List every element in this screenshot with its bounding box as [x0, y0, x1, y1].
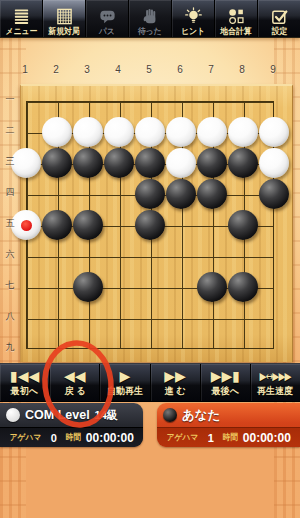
menu-button[interactable]: メニュー [0, 0, 43, 37]
column-label-4: 4 [111, 64, 125, 76]
row-label-9: 九 [2, 341, 18, 353]
column-label-7: 7 [204, 64, 218, 76]
territory-count-icon [227, 6, 246, 26]
column-label-2: 2 [49, 64, 63, 76]
black-stone-2-3 [42, 148, 72, 178]
fast-forward-icon: ▶▶ [164, 369, 186, 384]
white-stone-6-2 [166, 117, 196, 147]
go-app-screen: メニュー 新規対局 パス [0, 0, 300, 518]
com-captures-label: アゲハマ [10, 432, 41, 444]
skip-to-start-label: 最初へ [11, 385, 38, 396]
skip-to-start-button[interactable]: ▮◀◀ 最初へ [0, 364, 50, 401]
lightbulb-icon [184, 6, 203, 26]
com-player-name: COM Level [25, 408, 90, 422]
column-label-5: 5 [142, 64, 156, 76]
row-label-5: 五 [2, 217, 18, 229]
hint-button[interactable]: ヒント [172, 0, 215, 37]
play-icon: ▶ [120, 369, 131, 384]
skip-to-end-icon: ▶▶▮ [211, 369, 240, 384]
white-stone-9-3 [259, 148, 289, 178]
row-label-3: 三 [2, 155, 18, 167]
column-label-3: 3 [80, 64, 94, 76]
black-stone-5-3 [135, 148, 165, 178]
row-label-1: 一 [2, 93, 18, 105]
playback-speed-label: 再生速度 [257, 385, 293, 396]
skip-to-start-icon: ▮◀◀ [10, 369, 39, 384]
go-board [20, 84, 293, 362]
black-stone-6-4 [166, 179, 196, 209]
menu-icon [12, 6, 31, 26]
black-stone-8-3 [228, 148, 258, 178]
column-label-8: 8 [235, 64, 249, 76]
black-stone-7-4 [197, 179, 227, 209]
column-label-9: 9 [266, 64, 280, 76]
black-stone-5-4 [135, 179, 165, 209]
settings-button[interactable]: 設定 [258, 0, 300, 37]
menu-label: メニュー [5, 26, 37, 36]
last-move-marker [21, 220, 32, 231]
row-label-7: 七 [2, 279, 18, 291]
black-stone-4-3 [104, 148, 134, 178]
white-stone-6-3 [166, 148, 196, 178]
undo-label: 待った [138, 26, 162, 36]
skip-to-end-button[interactable]: ▶▶▮ 最後へ [201, 364, 251, 401]
com-time-value: 00:00:00 [86, 431, 134, 445]
new-game-label: 新規対局 [48, 26, 79, 36]
row-label-8: 八 [2, 310, 18, 322]
pass-button[interactable]: パス [86, 0, 129, 37]
black-stone-8-7 [228, 272, 258, 302]
forward-label: 進む [162, 385, 189, 396]
black-stone-5-5 [135, 210, 165, 240]
white-stone-9-2 [259, 117, 289, 147]
hand-icon [141, 6, 160, 26]
white-stone-3-2 [73, 117, 103, 147]
hint-label: ヒント [181, 26, 205, 36]
white-stone-2-2 [42, 117, 72, 147]
playback-speed-button[interactable]: ▶↔▶▶▶ 再生速度 [251, 364, 300, 401]
territory-count-button[interactable]: 地合計算 [215, 0, 258, 37]
you-captures-value: 1 [204, 432, 218, 444]
you-time-label: 時間 [223, 432, 238, 444]
row-label-2: 二 [2, 124, 18, 136]
com-captures-value: 0 [47, 432, 61, 444]
speech-bubble-icon [98, 6, 117, 26]
black-stone-3-5 [73, 210, 103, 240]
black-stone-3-3 [73, 148, 103, 178]
rewind-icon: ◀◀ [64, 369, 86, 384]
white-stone-4-2 [104, 117, 134, 147]
com-player-rank: 14級 [95, 408, 118, 423]
skip-to-end-label: 最後へ [212, 385, 239, 396]
auto-play-label: 自動再生 [107, 385, 143, 396]
black-stone-8-5 [228, 210, 258, 240]
player-panel-you: あなた アゲハマ 1 時間 00:00:00 [157, 403, 300, 447]
territory-count-label: 地合計算 [220, 26, 251, 36]
new-game-board-icon [55, 6, 74, 26]
black-stone-icon [163, 408, 177, 422]
column-label-6: 6 [173, 64, 187, 76]
playback-speed-icon: ▶↔▶▶▶ [260, 369, 291, 384]
black-stone-7-3 [197, 148, 227, 178]
player-panel-com: COM Level 14級 アゲハマ 0 時間 00:00:00 [0, 403, 143, 447]
black-stone-9-4 [259, 179, 289, 209]
settings-label: 設定 [271, 26, 287, 36]
forward-button[interactable]: ▶▶ 進む [151, 364, 201, 401]
you-time-value: 00:00:00 [243, 431, 291, 445]
new-game-button[interactable]: 新規対局 [43, 0, 86, 37]
playback-bar: ▮◀◀ 最初へ ◀◀ 戻る ▶ 自動再生 ▶▶ 進む ▶▶▮ 最後へ ▶↔▶▶▶… [0, 363, 300, 402]
undo-button[interactable]: 待った [129, 0, 172, 37]
white-stone-8-2 [228, 117, 258, 147]
you-captures-label: アゲハマ [167, 432, 198, 444]
black-stone-2-5 [42, 210, 72, 240]
white-stone-5-2 [135, 117, 165, 147]
row-label-6: 六 [2, 248, 18, 260]
top-toolbar: メニュー 新規対局 パス [0, 0, 300, 38]
settings-check-icon [270, 6, 289, 26]
back-button[interactable]: ◀◀ 戻る [50, 364, 100, 401]
black-stone-3-7 [73, 272, 103, 302]
white-stone-icon [6, 408, 20, 422]
auto-play-button[interactable]: ▶ 自動再生 [100, 364, 150, 401]
back-label: 戻る [61, 385, 88, 396]
row-label-4: 四 [2, 186, 18, 198]
black-stone-7-7 [197, 272, 227, 302]
com-time-label: 時間 [66, 432, 81, 444]
column-label-1: 1 [18, 64, 32, 76]
white-stone-7-2 [197, 117, 227, 147]
you-player-name: あなた [182, 407, 220, 424]
pass-label: パス [99, 26, 115, 36]
